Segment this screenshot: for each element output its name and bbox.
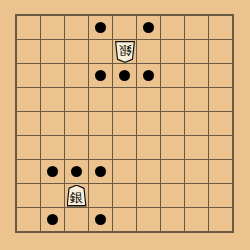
square-9a[interactable] [17, 16, 40, 39]
square-4b[interactable] [137, 40, 160, 63]
square-7e[interactable] [65, 112, 88, 135]
square-6e[interactable] [89, 112, 112, 135]
square-6f[interactable] [89, 136, 112, 159]
shogi-diagram: 銀銀 [0, 0, 250, 250]
square-6c[interactable] [89, 64, 112, 87]
square-4c[interactable] [137, 64, 160, 87]
square-1g[interactable] [209, 160, 232, 183]
square-8h[interactable] [41, 184, 64, 207]
square-2g[interactable] [185, 160, 208, 183]
square-2e[interactable] [185, 112, 208, 135]
square-8d[interactable] [41, 88, 64, 111]
square-3e[interactable] [161, 112, 184, 135]
square-4i[interactable] [137, 208, 160, 231]
square-2d[interactable] [185, 88, 208, 111]
square-3d[interactable] [161, 88, 184, 111]
move-marker-dot [71, 166, 82, 177]
square-9d[interactable] [17, 88, 40, 111]
square-3g[interactable] [161, 160, 184, 183]
square-3i[interactable] [161, 208, 184, 231]
silver-kanji: 銀 [70, 191, 83, 204]
square-3f[interactable] [161, 136, 184, 159]
square-8i[interactable] [41, 208, 64, 231]
square-1e[interactable] [209, 112, 232, 135]
white-silver-piece[interactable]: 銀 [115, 41, 135, 63]
square-1d[interactable] [209, 88, 232, 111]
square-7a[interactable] [65, 16, 88, 39]
square-2f[interactable] [185, 136, 208, 159]
square-8c[interactable] [41, 64, 64, 87]
square-1i[interactable] [209, 208, 232, 231]
square-4g[interactable] [137, 160, 160, 183]
square-8f[interactable] [41, 136, 64, 159]
move-marker-dot [95, 70, 106, 81]
square-7h[interactable]: 銀 [65, 184, 88, 207]
square-5e[interactable] [113, 112, 136, 135]
square-8b[interactable] [41, 40, 64, 63]
square-9b[interactable] [17, 40, 40, 63]
square-9i[interactable] [17, 208, 40, 231]
move-marker-dot [95, 166, 106, 177]
square-6g[interactable] [89, 160, 112, 183]
square-3c[interactable] [161, 64, 184, 87]
square-4e[interactable] [137, 112, 160, 135]
move-marker-dot [95, 22, 106, 33]
square-7c[interactable] [65, 64, 88, 87]
square-1b[interactable] [209, 40, 232, 63]
square-7f[interactable] [65, 136, 88, 159]
square-5g[interactable] [113, 160, 136, 183]
square-8g[interactable] [41, 160, 64, 183]
square-4f[interactable] [137, 136, 160, 159]
square-8e[interactable] [41, 112, 64, 135]
square-2b[interactable] [185, 40, 208, 63]
silver-kanji: 銀 [118, 44, 131, 57]
square-6d[interactable] [89, 88, 112, 111]
square-6a[interactable] [89, 16, 112, 39]
move-marker-dot [143, 70, 154, 81]
move-marker-dot [143, 22, 154, 33]
square-9e[interactable] [17, 112, 40, 135]
square-7i[interactable] [65, 208, 88, 231]
square-3a[interactable] [161, 16, 184, 39]
square-3b[interactable] [161, 40, 184, 63]
square-1a[interactable] [209, 16, 232, 39]
square-9c[interactable] [17, 64, 40, 87]
square-4h[interactable] [137, 184, 160, 207]
square-5a[interactable] [113, 16, 136, 39]
square-4d[interactable] [137, 88, 160, 111]
square-9h[interactable] [17, 184, 40, 207]
move-marker-dot [47, 166, 58, 177]
square-1c[interactable] [209, 64, 232, 87]
square-6h[interactable] [89, 184, 112, 207]
square-9g[interactable] [17, 160, 40, 183]
square-5d[interactable] [113, 88, 136, 111]
square-7d[interactable] [65, 88, 88, 111]
square-1f[interactable] [209, 136, 232, 159]
black-silver-piece[interactable]: 銀 [67, 185, 87, 207]
square-5f[interactable] [113, 136, 136, 159]
square-3h[interactable] [161, 184, 184, 207]
square-2a[interactable] [185, 16, 208, 39]
square-1h[interactable] [209, 184, 232, 207]
move-marker-dot [47, 214, 58, 225]
square-2h[interactable] [185, 184, 208, 207]
square-7g[interactable] [65, 160, 88, 183]
square-7b[interactable] [65, 40, 88, 63]
square-2c[interactable] [185, 64, 208, 87]
shogi-board: 銀銀 [15, 14, 234, 233]
square-4a[interactable] [137, 16, 160, 39]
move-marker-dot [95, 214, 106, 225]
move-marker-dot [119, 70, 130, 81]
square-8a[interactable] [41, 16, 64, 39]
square-9f[interactable] [17, 136, 40, 159]
square-5c[interactable] [113, 64, 136, 87]
square-6i[interactable] [89, 208, 112, 231]
square-5h[interactable] [113, 184, 136, 207]
square-5i[interactable] [113, 208, 136, 231]
square-6b[interactable] [89, 40, 112, 63]
square-2i[interactable] [185, 208, 208, 231]
square-5b[interactable]: 銀 [113, 40, 136, 63]
